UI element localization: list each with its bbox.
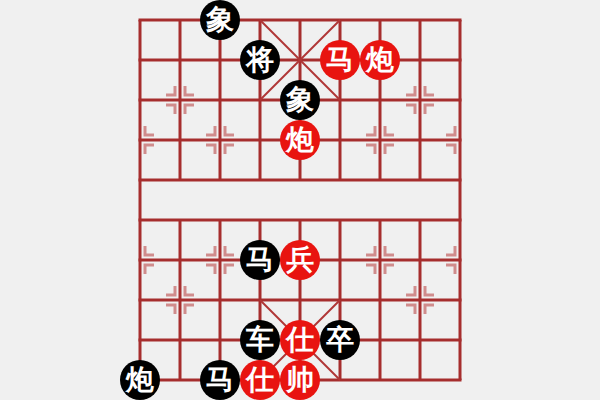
- piece-black-elephant[interactable]: 象: [280, 80, 320, 120]
- piece-red-cannon[interactable]: 炮: [360, 40, 400, 80]
- piece-red-cannon[interactable]: 炮: [280, 120, 320, 160]
- piece-red-horse[interactable]: 马: [320, 40, 360, 80]
- piece-black-horse[interactable]: 马: [240, 240, 280, 280]
- piece-black-soldier[interactable]: 卒: [320, 320, 360, 360]
- piece-red-general[interactable]: 帅: [280, 360, 320, 400]
- xiangqi-board: 象将马炮象炮马兵车仕卒炮马仕帅: [0, 0, 600, 400]
- piece-black-cannon[interactable]: 炮: [120, 360, 160, 400]
- piece-red-advisor[interactable]: 仕: [240, 360, 280, 400]
- piece-black-general[interactable]: 将: [240, 40, 280, 80]
- piece-black-chariot[interactable]: 车: [240, 320, 280, 360]
- piece-red-advisor[interactable]: 仕: [280, 320, 320, 360]
- piece-black-elephant[interactable]: 象: [200, 0, 240, 40]
- piece-black-horse[interactable]: 马: [200, 360, 240, 400]
- piece-layer: 象将马炮象炮马兵车仕卒炮马仕帅: [120, 0, 480, 400]
- piece-red-soldier[interactable]: 兵: [280, 240, 320, 280]
